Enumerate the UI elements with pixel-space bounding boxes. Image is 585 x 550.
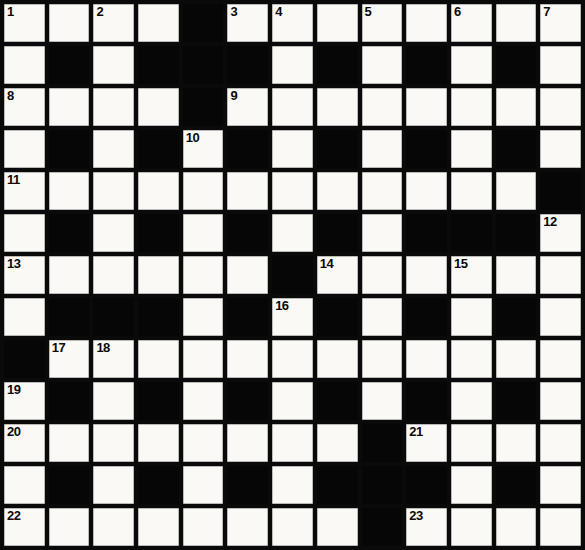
block-cell-r4c4 [138, 130, 179, 168]
letter-cell-r9c3[interactable]: 18 [93, 340, 134, 378]
letter-cell-r9c2[interactable]: 17 [49, 340, 90, 378]
letter-cell-r1c1[interactable]: 1 [4, 4, 45, 42]
block-cell-r8c4 [138, 298, 179, 336]
clue-number-23: 23 [409, 509, 422, 523]
letter-cell-r13c8[interactable] [317, 508, 358, 546]
letter-cell-r13c13[interactable] [540, 508, 581, 546]
letter-cell-r10c3[interactable] [93, 382, 134, 420]
letter-cell-r5c8[interactable] [317, 172, 358, 210]
clue-number-4: 4 [275, 5, 282, 19]
clue-number-7: 7 [543, 5, 550, 19]
block-cell-r2c4 [138, 46, 179, 84]
letter-cell-r13c3[interactable] [93, 508, 134, 546]
letter-cell-r11c4[interactable] [138, 424, 179, 462]
block-cell-r11c9 [362, 424, 403, 462]
letter-cell-r12c1[interactable] [4, 466, 45, 504]
letter-cell-r11c8[interactable] [317, 424, 358, 462]
letter-cell-r10c5[interactable] [183, 382, 224, 420]
letter-cell-r11c6[interactable] [227, 424, 268, 462]
letter-cell-r10c13[interactable] [540, 382, 581, 420]
block-cell-r5c13 [540, 172, 581, 210]
letter-cell-r2c9[interactable] [362, 46, 403, 84]
block-cell-r3c5 [183, 88, 224, 126]
block-cell-r9c1 [4, 340, 45, 378]
letter-cell-r11c13[interactable] [540, 424, 581, 462]
letter-cell-r6c9[interactable] [362, 214, 403, 252]
letter-cell-r2c11[interactable] [451, 46, 492, 84]
block-cell-r8c3 [93, 298, 134, 336]
letter-cell-r3c8[interactable] [317, 88, 358, 126]
letter-cell-r3c3[interactable] [93, 88, 134, 126]
letter-cell-r8c1[interactable] [4, 298, 45, 336]
letter-cell-r8c5[interactable] [183, 298, 224, 336]
letter-cell-r1c6[interactable]: 3 [227, 4, 268, 42]
letter-cell-r5c10[interactable] [406, 172, 447, 210]
clue-number-1: 1 [7, 5, 14, 19]
clue-number-11: 11 [7, 173, 20, 187]
letter-cell-r6c5[interactable] [183, 214, 224, 252]
clue-number-18: 18 [96, 341, 109, 355]
letter-cell-r7c12[interactable] [496, 256, 537, 294]
block-cell-r6c12 [496, 214, 537, 252]
letter-cell-r9c11[interactable] [451, 340, 492, 378]
letter-cell-r13c5[interactable] [183, 508, 224, 546]
block-cell-r10c8 [317, 382, 358, 420]
letter-cell-r3c9[interactable] [362, 88, 403, 126]
clue-number-15: 15 [454, 257, 467, 271]
block-cell-r6c8 [317, 214, 358, 252]
letter-cell-r9c6[interactable] [227, 340, 268, 378]
block-cell-r1c5 [183, 4, 224, 42]
block-cell-r6c6 [227, 214, 268, 252]
clue-number-12: 12 [543, 215, 556, 229]
block-cell-r12c10 [406, 466, 447, 504]
clue-number-8: 8 [7, 89, 14, 103]
letter-cell-r7c5[interactable] [183, 256, 224, 294]
letter-cell-r9c8[interactable] [317, 340, 358, 378]
letter-cell-r7c1[interactable]: 13 [4, 256, 45, 294]
block-cell-r4c10 [406, 130, 447, 168]
block-cell-r2c6 [227, 46, 268, 84]
letter-cell-r10c9[interactable] [362, 382, 403, 420]
letter-cell-r9c4[interactable] [138, 340, 179, 378]
letter-cell-r11c10[interactable]: 21 [406, 424, 447, 462]
letter-cell-r11c2[interactable] [49, 424, 90, 462]
letter-cell-r9c5[interactable] [183, 340, 224, 378]
letter-cell-r2c1[interactable] [4, 46, 45, 84]
block-cell-r12c8 [317, 466, 358, 504]
letter-cell-r13c1[interactable]: 22 [4, 508, 45, 546]
letter-cell-r5c4[interactable] [138, 172, 179, 210]
block-cell-r12c9 [362, 466, 403, 504]
letter-cell-r7c6[interactable] [227, 256, 268, 294]
block-cell-r12c2 [49, 466, 90, 504]
letter-cell-r8c9[interactable] [362, 298, 403, 336]
letter-cell-r1c9[interactable]: 5 [362, 4, 403, 42]
letter-cell-r12c7[interactable] [272, 466, 313, 504]
clue-number-9: 9 [230, 89, 237, 103]
letter-cell-r6c1[interactable] [4, 214, 45, 252]
letter-cell-r1c12[interactable] [496, 4, 537, 42]
letter-cell-r13c4[interactable] [138, 508, 179, 546]
letter-cell-r7c3[interactable] [93, 256, 134, 294]
block-cell-r10c12 [496, 382, 537, 420]
block-cell-r4c8 [317, 130, 358, 168]
letter-cell-r12c11[interactable] [451, 466, 492, 504]
block-cell-r4c2 [49, 130, 90, 168]
letter-cell-r4c3[interactable] [93, 130, 134, 168]
crossword-puzzle: 1234567891011121314151617181920212223 [0, 0, 585, 550]
letter-cell-r4c13[interactable] [540, 130, 581, 168]
block-cell-r8c2 [49, 298, 90, 336]
clue-number-14: 14 [320, 257, 333, 271]
letter-cell-r8c11[interactable] [451, 298, 492, 336]
letter-cell-r7c4[interactable] [138, 256, 179, 294]
block-cell-r2c12 [496, 46, 537, 84]
clue-number-10: 10 [186, 131, 199, 145]
letter-cell-r6c7[interactable] [272, 214, 313, 252]
letter-cell-r9c13[interactable] [540, 340, 581, 378]
clue-number-6: 6 [454, 5, 461, 19]
letter-cell-r5c5[interactable] [183, 172, 224, 210]
letter-cell-r1c2[interactable] [49, 4, 90, 42]
letter-cell-r9c9[interactable] [362, 340, 403, 378]
block-cell-r2c8 [317, 46, 358, 84]
letter-cell-r8c13[interactable] [540, 298, 581, 336]
letter-cell-r5c3[interactable] [93, 172, 134, 210]
block-cell-r8c8 [317, 298, 358, 336]
block-cell-r6c4 [138, 214, 179, 252]
block-cell-r2c10 [406, 46, 447, 84]
block-cell-r7c7 [272, 256, 313, 294]
letter-cell-r3c7[interactable] [272, 88, 313, 126]
letter-cell-r11c3[interactable] [93, 424, 134, 462]
clue-number-13: 13 [7, 257, 20, 271]
letter-cell-r5c6[interactable] [227, 172, 268, 210]
letter-cell-r7c10[interactable] [406, 256, 447, 294]
letter-cell-r3c11[interactable] [451, 88, 492, 126]
clue-number-16: 16 [275, 299, 288, 313]
letter-cell-r6c3[interactable] [93, 214, 134, 252]
letter-cell-r9c12[interactable] [496, 340, 537, 378]
letter-cell-r1c11[interactable]: 6 [451, 4, 492, 42]
letter-cell-r3c13[interactable] [540, 88, 581, 126]
letter-cell-r10c7[interactable] [272, 382, 313, 420]
block-cell-r10c4 [138, 382, 179, 420]
clue-number-20: 20 [7, 425, 20, 439]
letter-cell-r4c7[interactable] [272, 130, 313, 168]
clue-number-17: 17 [52, 341, 65, 355]
letter-cell-r12c5[interactable] [183, 466, 224, 504]
letter-cell-r11c7[interactable] [272, 424, 313, 462]
block-cell-r6c2 [49, 214, 90, 252]
clue-number-22: 22 [7, 509, 20, 523]
letter-cell-r4c9[interactable] [362, 130, 403, 168]
block-cell-r8c12 [496, 298, 537, 336]
block-cell-r10c10 [406, 382, 447, 420]
letter-cell-r6c13[interactable]: 12 [540, 214, 581, 252]
letter-cell-r2c7[interactable] [272, 46, 313, 84]
letter-cell-r13c6[interactable] [227, 508, 268, 546]
clue-number-21: 21 [409, 425, 422, 439]
letter-cell-r3c4[interactable] [138, 88, 179, 126]
letter-cell-r8c7[interactable]: 16 [272, 298, 313, 336]
letter-cell-r11c12[interactable] [496, 424, 537, 462]
letter-cell-r4c5[interactable]: 10 [183, 130, 224, 168]
block-cell-r12c12 [496, 466, 537, 504]
letter-cell-r11c11[interactable] [451, 424, 492, 462]
letter-cell-r1c13[interactable]: 7 [540, 4, 581, 42]
letter-cell-r7c11[interactable]: 15 [451, 256, 492, 294]
block-cell-r6c11 [451, 214, 492, 252]
clue-number-3: 3 [230, 5, 237, 19]
letter-cell-r5c12[interactable] [496, 172, 537, 210]
clue-number-5: 5 [365, 5, 372, 19]
block-cell-r4c6 [227, 130, 268, 168]
letter-cell-r13c2[interactable] [49, 508, 90, 546]
block-cell-r13c9 [362, 508, 403, 546]
letter-cell-r5c7[interactable] [272, 172, 313, 210]
letter-cell-r12c3[interactable] [93, 466, 134, 504]
letter-cell-r1c3[interactable]: 2 [93, 4, 134, 42]
letter-cell-r9c7[interactable] [272, 340, 313, 378]
block-cell-r2c5 [183, 46, 224, 84]
letter-cell-r3c2[interactable] [49, 88, 90, 126]
letter-cell-r7c8[interactable]: 14 [317, 256, 358, 294]
letter-cell-r5c11[interactable] [451, 172, 492, 210]
letter-cell-r1c4[interactable] [138, 4, 179, 42]
crossword-board: 1234567891011121314151617181920212223 [0, 0, 585, 550]
letter-cell-r1c8[interactable] [317, 4, 358, 42]
block-cell-r8c6 [227, 298, 268, 336]
letter-cell-r13c10[interactable]: 23 [406, 508, 447, 546]
letter-cell-r11c5[interactable] [183, 424, 224, 462]
letter-cell-r4c1[interactable] [4, 130, 45, 168]
letter-cell-r7c2[interactable] [49, 256, 90, 294]
letter-cell-r3c12[interactable] [496, 88, 537, 126]
letter-cell-r7c13[interactable] [540, 256, 581, 294]
letter-cell-r10c11[interactable] [451, 382, 492, 420]
letter-cell-r13c7[interactable] [272, 508, 313, 546]
clue-number-19: 19 [7, 383, 20, 397]
letter-cell-r9c10[interactable] [406, 340, 447, 378]
letter-cell-r7c9[interactable] [362, 256, 403, 294]
clue-number-2: 2 [96, 5, 103, 19]
block-cell-r12c4 [138, 466, 179, 504]
letter-cell-r1c7[interactable]: 4 [272, 4, 313, 42]
letter-cell-r12c13[interactable] [540, 466, 581, 504]
letter-cell-r4c11[interactable] [451, 130, 492, 168]
letter-cell-r1c10[interactable] [406, 4, 447, 42]
letter-cell-r5c1[interactable]: 11 [4, 172, 45, 210]
block-cell-r6c10 [406, 214, 447, 252]
block-cell-r10c2 [49, 382, 90, 420]
letter-cell-r2c3[interactable] [93, 46, 134, 84]
letter-cell-r2c13[interactable] [540, 46, 581, 84]
block-cell-r2c2 [49, 46, 90, 84]
block-cell-r12c6 [227, 466, 268, 504]
block-cell-r8c10 [406, 298, 447, 336]
letter-cell-r3c1[interactable]: 8 [4, 88, 45, 126]
letter-cell-r5c2[interactable] [49, 172, 90, 210]
letter-cell-r3c6[interactable]: 9 [227, 88, 268, 126]
letter-cell-r13c11[interactable] [451, 508, 492, 546]
letter-cell-r13c12[interactable] [496, 508, 537, 546]
letter-cell-r10c1[interactable]: 19 [4, 382, 45, 420]
letter-cell-r5c9[interactable] [362, 172, 403, 210]
letter-cell-r3c10[interactable] [406, 88, 447, 126]
letter-cell-r11c1[interactable]: 20 [4, 424, 45, 462]
block-cell-r4c12 [496, 130, 537, 168]
block-cell-r10c6 [227, 382, 268, 420]
